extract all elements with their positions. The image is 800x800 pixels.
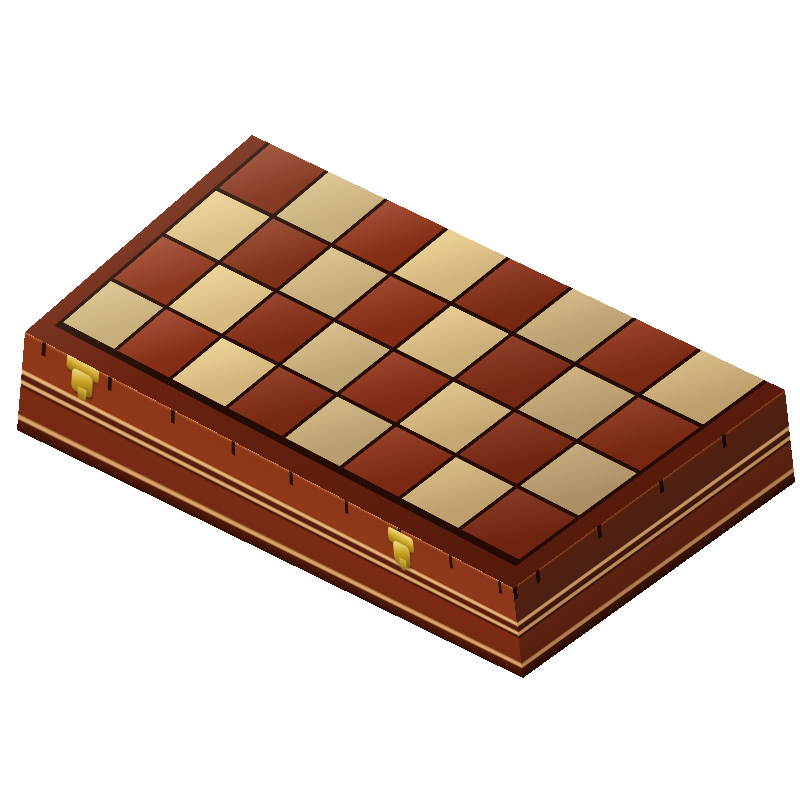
product-photo-chess-box (0, 0, 800, 800)
